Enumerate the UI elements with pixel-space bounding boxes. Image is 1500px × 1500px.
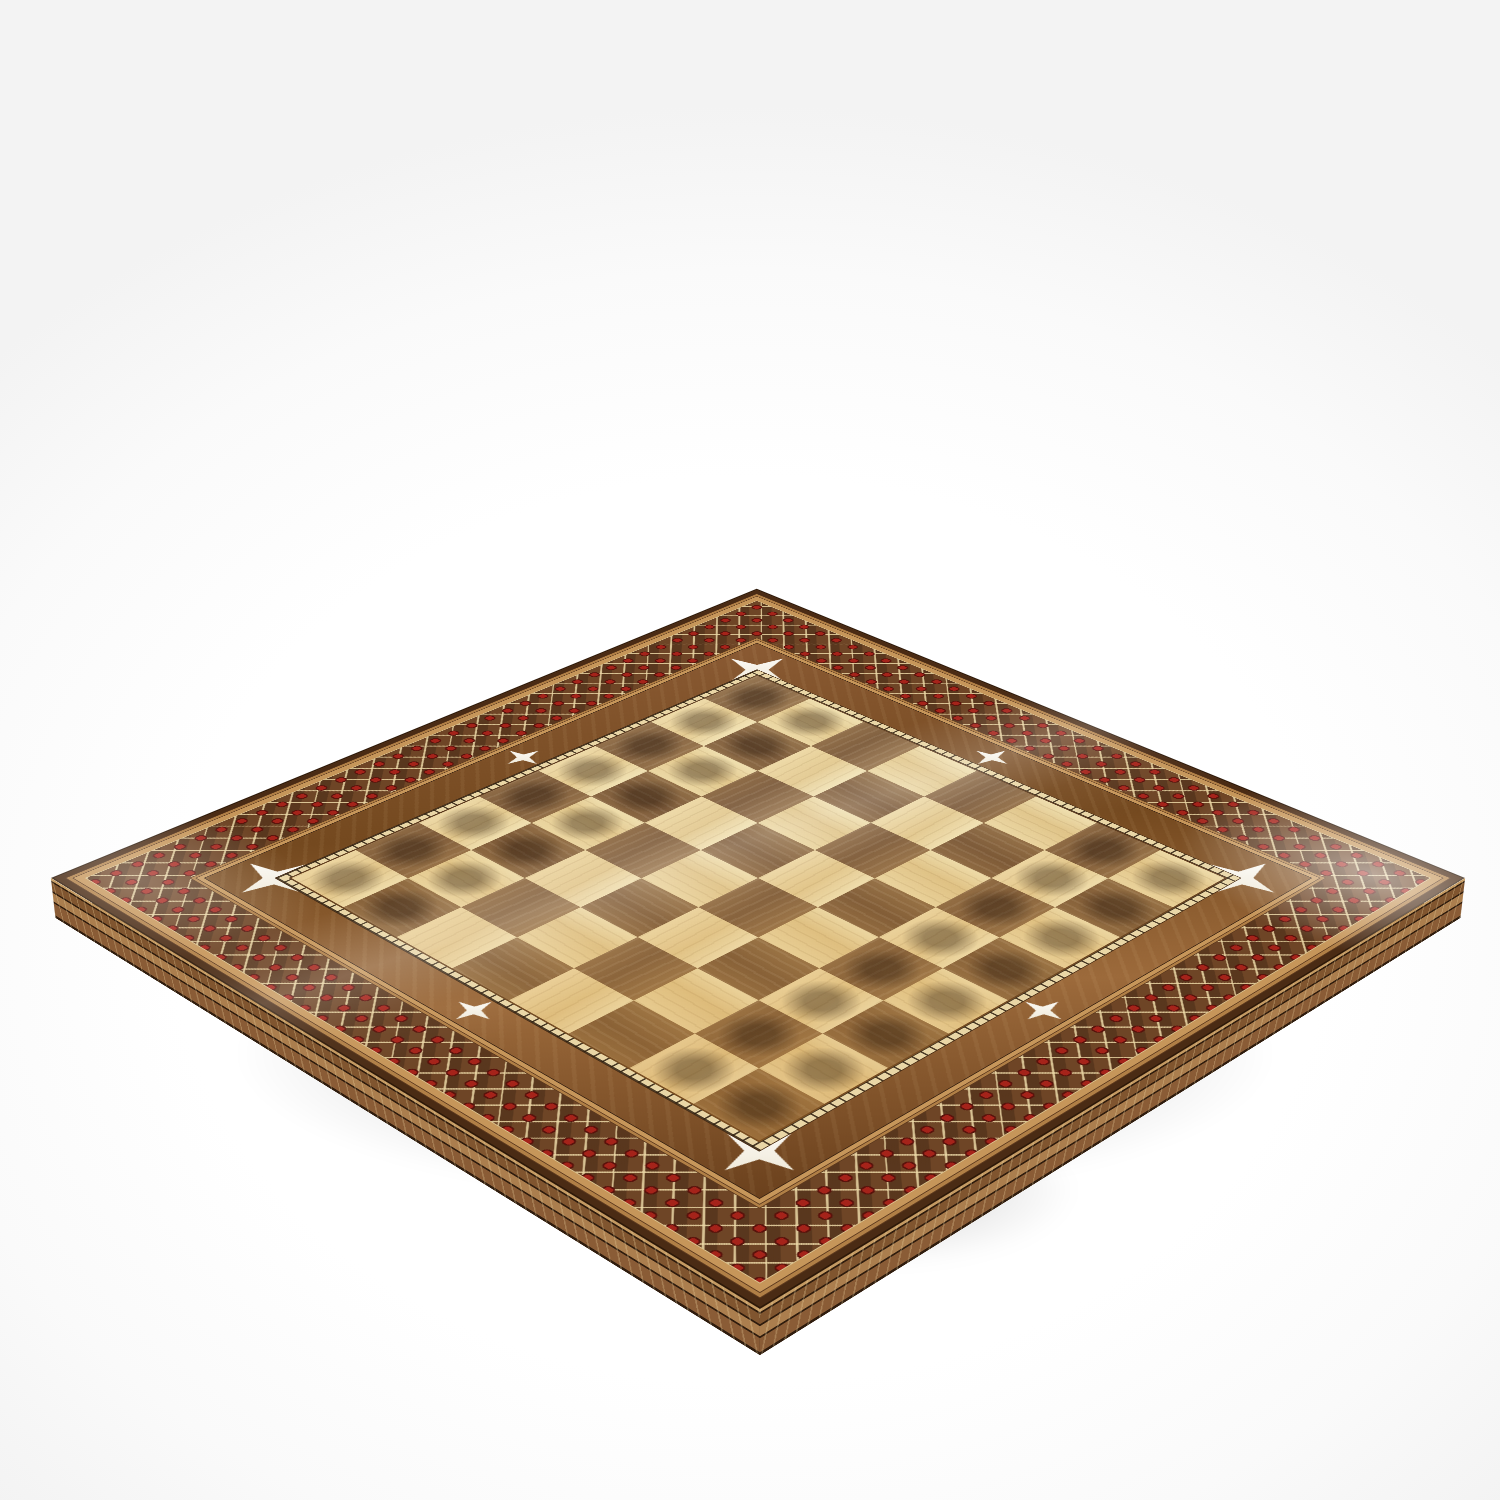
mother-of-pearl-kite-inlay: [441, 993, 508, 1028]
scene: ♜♞♟♝♟♚♟♛♟♝♟♞♟♟♜♟♟♜♟♟♞♟♝♟♚♟♛♟♝♟♞♜: [0, 0, 1500, 1500]
